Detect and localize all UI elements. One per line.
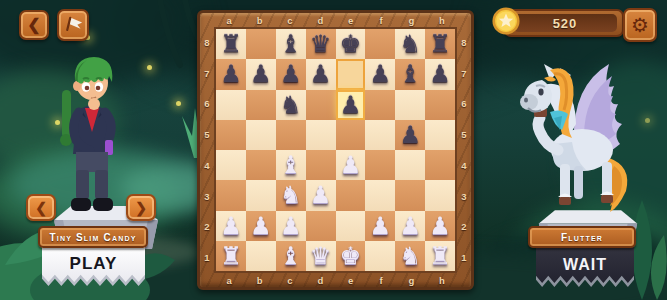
square-f5[interactable]: [365, 120, 395, 150]
square-b7[interactable]: ♟: [246, 59, 276, 89]
square-e6[interactable]: ♟: [336, 90, 366, 120]
black-pawn: ♟: [429, 62, 451, 86]
square-a1[interactable]: ♜: [216, 241, 246, 271]
white-pawn: ♟: [220, 214, 242, 238]
coordinate-label: g: [396, 13, 426, 27]
white-rook: ♜: [220, 244, 242, 268]
white-pawn: ♟: [370, 214, 392, 238]
opponent-character: [514, 46, 642, 214]
black-pawn: ♟: [220, 62, 242, 86]
left-chevron-icon: ❮: [35, 200, 47, 216]
back-button[interactable]: ❮: [19, 10, 49, 40]
square-b6[interactable]: [246, 90, 276, 120]
gear-icon: ⚙: [631, 15, 649, 35]
square-g3[interactable]: [395, 180, 425, 210]
black-pawn: ♟: [399, 123, 421, 147]
black-rook: ♜: [220, 32, 242, 56]
coordinate-label: b: [244, 273, 274, 287]
square-g4[interactable]: [395, 150, 425, 180]
white-rook: ♜: [429, 244, 451, 268]
coin-counter: 520: [504, 9, 624, 37]
square-g8[interactable]: ♞: [395, 29, 425, 59]
game-scene: ❮ 520 ⚙ abcdefgh 87654321 ♜♝♛♚♞♜♟♟♟♟♟♝♟♞…: [0, 0, 667, 300]
coordinate-label: e: [336, 13, 366, 27]
square-a5[interactable]: [216, 120, 246, 150]
coordinate-label: h: [427, 273, 457, 287]
square-a6[interactable]: [216, 90, 246, 120]
white-king: ♚: [340, 244, 362, 268]
square-a7[interactable]: ♟: [216, 59, 246, 89]
black-pawn: ♟: [370, 62, 392, 86]
black-knight: ♞: [399, 32, 421, 56]
square-c1[interactable]: ♝: [276, 241, 306, 271]
play-button[interactable]: PLAY: [42, 246, 145, 282]
right-player-name: Flutter: [561, 232, 603, 243]
coordinate-label: 3: [457, 181, 471, 212]
firefly-glow: [176, 101, 181, 106]
coordinate-label: 4: [457, 150, 471, 181]
left-player-nameplate: Tiny Slim Candy: [38, 226, 148, 248]
square-g6[interactable]: [395, 90, 425, 120]
square-c3[interactable]: ♞: [276, 180, 306, 210]
black-bishop: ♝: [399, 62, 421, 86]
square-c7[interactable]: ♟: [276, 59, 306, 89]
coordinate-label: 6: [200, 89, 214, 120]
square-h4[interactable]: [425, 150, 455, 180]
file-labels-top: abcdefgh: [214, 13, 457, 27]
coin-count-value: 520: [513, 14, 617, 32]
coordinate-label: f: [366, 13, 396, 27]
coordinate-label: d: [305, 273, 335, 287]
file-labels-bottom: abcdefgh: [214, 273, 457, 287]
square-d6[interactable]: [306, 90, 336, 120]
square-d2[interactable]: [306, 211, 336, 241]
coordinate-label: 2: [457, 212, 471, 243]
rank-labels-left: 87654321: [200, 27, 214, 273]
resign-flag-button[interactable]: [57, 9, 89, 41]
square-h5[interactable]: [425, 120, 455, 150]
coordinate-label: g: [396, 273, 426, 287]
square-h8[interactable]: ♜: [425, 29, 455, 59]
black-knight: ♞: [280, 93, 302, 117]
square-e7[interactable]: [336, 59, 366, 89]
black-king: ♚: [340, 32, 362, 56]
coordinate-label: c: [275, 273, 305, 287]
square-g5[interactable]: ♟: [395, 120, 425, 150]
back-chevron-icon: ❮: [27, 17, 40, 33]
board-squares: ♜♝♛♚♞♜♟♟♟♟♟♝♟♞♟♟♝♟♞♟♟♟♟♟♟♟♜♝♛♚♞♜: [214, 27, 457, 273]
square-f1[interactable]: [365, 241, 395, 271]
coordinate-label: 2: [200, 212, 214, 243]
white-flag-icon: [62, 14, 84, 36]
square-g2[interactable]: ♟: [395, 211, 425, 241]
square-f3[interactable]: [365, 180, 395, 210]
wait-status-banner: WAIT: [536, 247, 634, 283]
coordinate-label: 7: [200, 58, 214, 89]
square-f8[interactable]: [365, 29, 395, 59]
coordinate-label: f: [366, 273, 396, 287]
coin-icon: [492, 7, 520, 35]
square-b5[interactable]: [246, 120, 276, 150]
square-e4[interactable]: ♟: [336, 150, 366, 180]
white-knight: ♞: [399, 244, 421, 268]
firefly-glow: [645, 118, 650, 123]
black-pawn: ♟: [280, 62, 302, 86]
white-bishop: ♝: [280, 153, 302, 177]
square-e3[interactable]: [336, 180, 366, 210]
square-f6[interactable]: [365, 90, 395, 120]
square-d4[interactable]: [306, 150, 336, 180]
black-pawn: ♟: [310, 62, 332, 86]
coordinate-label: 5: [457, 119, 471, 150]
square-h3[interactable]: [425, 180, 455, 210]
white-pawn: ♟: [429, 214, 451, 238]
square-h7[interactable]: ♟: [425, 59, 455, 89]
white-pawn: ♟: [280, 214, 302, 238]
settings-button[interactable]: ⚙: [623, 8, 657, 42]
square-b4[interactable]: [246, 150, 276, 180]
square-d1[interactable]: ♛: [306, 241, 336, 271]
square-c5[interactable]: [276, 120, 306, 150]
coordinate-label: c: [275, 13, 305, 27]
coordinate-label: 3: [200, 181, 214, 212]
coordinate-label: a: [214, 13, 244, 27]
rank-labels-right: 87654321: [457, 27, 471, 273]
chess-board: abcdefgh 87654321 ♜♝♛♚♞♜♟♟♟♟♟♝♟♞♟♟♝♟♞♟♟♟…: [197, 10, 474, 290]
coordinate-label: 5: [200, 119, 214, 150]
square-e8[interactable]: ♚: [336, 29, 366, 59]
coordinate-label: 1: [457, 242, 471, 273]
square-a4[interactable]: [216, 150, 246, 180]
coordinate-label: 8: [457, 27, 471, 58]
square-b8[interactable]: [246, 29, 276, 59]
square-e1[interactable]: ♚: [336, 241, 366, 271]
coordinate-label: 1: [200, 242, 214, 273]
coordinate-label: a: [214, 273, 244, 287]
white-bishop: ♝: [280, 244, 302, 268]
square-g7[interactable]: ♝: [395, 59, 425, 89]
square-f7[interactable]: ♟: [365, 59, 395, 89]
black-pawn: ♟: [340, 93, 362, 117]
black-pawn: ♟: [250, 62, 272, 86]
white-pawn: ♟: [310, 183, 332, 207]
next-character-button[interactable]: ❯: [126, 194, 156, 221]
square-a2[interactable]: ♟: [216, 211, 246, 241]
coordinate-label: 4: [200, 150, 214, 181]
coordinate-label: d: [305, 13, 335, 27]
coordinate-label: 6: [457, 89, 471, 120]
square-c8[interactable]: ♝: [276, 29, 306, 59]
square-d3[interactable]: ♟: [306, 180, 336, 210]
square-e2[interactable]: [336, 211, 366, 241]
white-pawn: ♟: [250, 214, 272, 238]
white-pawn: ♟: [399, 214, 421, 238]
square-f4[interactable]: [365, 150, 395, 180]
player-character: [56, 52, 126, 214]
coordinate-label: h: [427, 13, 457, 27]
coordinate-label: 8: [200, 27, 214, 58]
square-c6[interactable]: ♞: [276, 90, 306, 120]
prev-character-button[interactable]: ❮: [26, 194, 56, 221]
square-h1[interactable]: ♜: [425, 241, 455, 271]
square-c2[interactable]: ♟: [276, 211, 306, 241]
square-a3[interactable]: [216, 180, 246, 210]
left-player-name: Tiny Slim Candy: [49, 232, 136, 243]
square-d5[interactable]: [306, 120, 336, 150]
square-b1[interactable]: [246, 241, 276, 271]
right-chevron-icon: ❯: [135, 200, 147, 216]
square-c4[interactable]: ♝: [276, 150, 306, 180]
coordinate-label: b: [244, 13, 274, 27]
white-knight: ♞: [280, 183, 302, 207]
square-f2[interactable]: ♟: [365, 211, 395, 241]
square-e5[interactable]: [336, 120, 366, 150]
black-rook: ♜: [429, 32, 451, 56]
square-b2[interactable]: ♟: [246, 211, 276, 241]
square-g1[interactable]: ♞: [395, 241, 425, 271]
right-player-nameplate: Flutter: [528, 226, 636, 248]
black-queen: ♛: [310, 32, 332, 56]
square-d7[interactable]: ♟: [306, 59, 336, 89]
white-pawn: ♟: [340, 153, 362, 177]
coordinate-label: e: [336, 273, 366, 287]
square-d8[interactable]: ♛: [306, 29, 336, 59]
square-a8[interactable]: ♜: [216, 29, 246, 59]
white-queen: ♛: [310, 244, 332, 268]
square-b3[interactable]: [246, 180, 276, 210]
black-bishop: ♝: [280, 32, 302, 56]
square-h6[interactable]: [425, 90, 455, 120]
coordinate-label: 7: [457, 58, 471, 89]
square-h2[interactable]: ♟: [425, 211, 455, 241]
